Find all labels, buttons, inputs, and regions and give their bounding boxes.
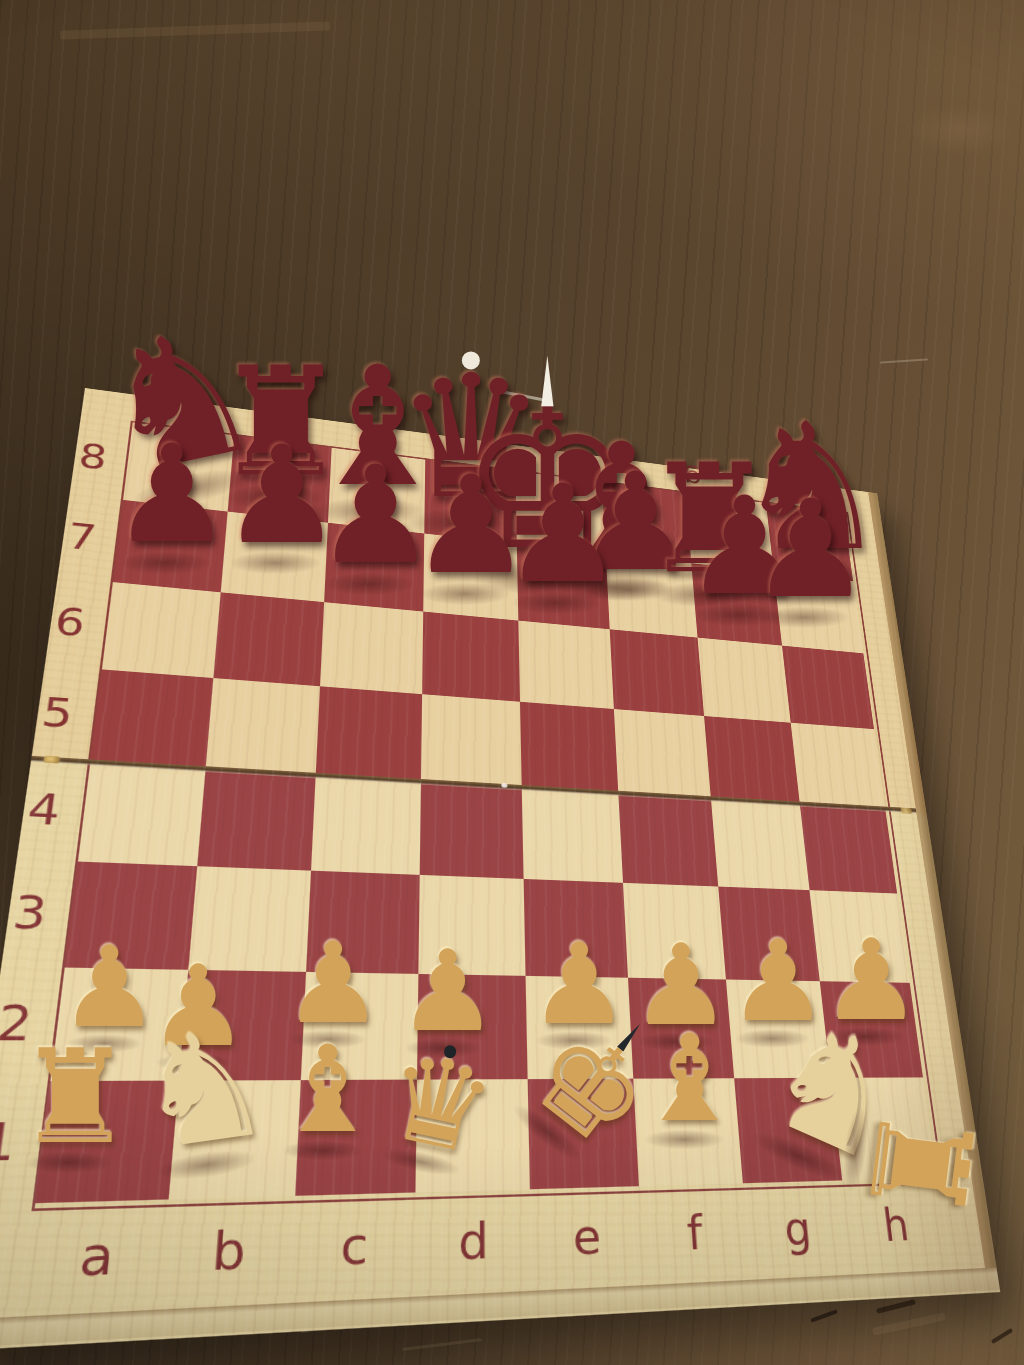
rank-label-6: 6 (52, 600, 88, 644)
file-label-f: f (685, 1206, 704, 1260)
table-gouge (810, 1309, 838, 1322)
white-rook-glyph: ♜ (17, 1032, 134, 1162)
square-b6[interactable] (213, 592, 324, 686)
square-e5[interactable] (520, 702, 618, 794)
file-label-d: d (458, 1213, 489, 1271)
piece-white-knight-b1[interactable]: ♞ (126, 1005, 280, 1172)
square-g4[interactable] (711, 799, 810, 890)
table-gouge (991, 1328, 1013, 1344)
square-a5[interactable] (90, 669, 213, 769)
piece-red-pawn-e7[interactable]: ♟ (503, 468, 624, 603)
square-b4[interactable] (197, 769, 315, 870)
red-pawn-glyph: ♟ (111, 427, 232, 562)
piece-red-pawn-a7[interactable]: ♟ (111, 427, 232, 562)
white-queen-tip (443, 1044, 458, 1059)
square-d5[interactable] (421, 694, 522, 788)
table-scuff (872, 1312, 946, 1335)
square-g6[interactable] (698, 638, 791, 723)
square-f4[interactable] (618, 793, 718, 886)
table-scratch (402, 1338, 482, 1351)
table-scratch (60, 21, 330, 39)
square-c6[interactable] (320, 602, 423, 694)
square-a6[interactable] (102, 582, 221, 678)
rank-label-4: 4 (25, 785, 64, 834)
square-h5[interactable] (791, 723, 886, 809)
file-label-c: c (340, 1217, 369, 1276)
square-c5[interactable] (316, 686, 422, 782)
square-g5[interactable] (704, 716, 800, 804)
square-h4[interactable] (800, 804, 897, 893)
photo-scene: 87654321abcdefghgh ♞♜♝♛♚♝♜♞♟♟♟♟♟♟♟♟♟♟♟♟♟… (0, 0, 1024, 1365)
white-rook-glyph: ♜ (848, 1097, 991, 1229)
square-f6[interactable] (610, 629, 704, 716)
square-d4[interactable] (420, 782, 524, 879)
white-knight-glyph: ♞ (126, 1005, 280, 1172)
seam-speck (501, 783, 507, 788)
table-scratch (880, 358, 928, 363)
board-bottom-edge-face (0, 1267, 1000, 1348)
square-e4[interactable] (522, 788, 623, 883)
red-pawn-glyph: ♟ (750, 482, 871, 617)
square-e6[interactable] (518, 621, 614, 709)
table-scratch (905, 105, 1015, 155)
table-gouge (876, 1299, 916, 1314)
hinge-left (43, 756, 60, 764)
rank-label-8: 8 (76, 436, 109, 476)
piece-white-rook-h1-fallen[interactable]: ♜ (848, 1097, 991, 1229)
rank-label-3: 3 (10, 887, 50, 939)
square-c4[interactable] (311, 776, 421, 875)
rank-label-7: 7 (65, 516, 99, 558)
white-bishop-glyph: ♝ (274, 1030, 382, 1150)
hinge-right (900, 807, 912, 814)
file-label-e: e (572, 1209, 602, 1265)
piece-white-rook-a1[interactable]: ♜ (17, 1032, 134, 1162)
file-label-a: a (76, 1225, 117, 1287)
file-label-b: b (210, 1221, 248, 1282)
square-a4[interactable] (78, 762, 206, 866)
piece-white-bishop-c1[interactable]: ♝ (274, 1030, 382, 1150)
square-h6[interactable] (782, 646, 874, 730)
square-f5[interactable] (614, 709, 711, 799)
square-d6[interactable] (422, 612, 520, 702)
file-label-g: g (782, 1203, 813, 1256)
rank-label-5: 5 (39, 689, 76, 735)
piece-red-pawn-h7[interactable]: ♟ (750, 482, 871, 617)
square-b5[interactable] (206, 678, 320, 776)
red-pawn-glyph: ♟ (503, 468, 624, 603)
